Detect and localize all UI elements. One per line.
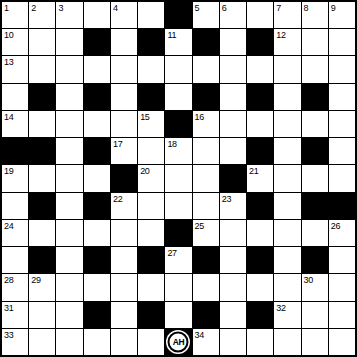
grid-cell-r12c7[interactable]: 34 <box>193 329 219 355</box>
grid-cell-r2c1[interactable] <box>29 56 55 82</box>
grid-cell-r11c6[interactable] <box>165 302 191 328</box>
grid-cell-r6c2[interactable] <box>56 165 82 191</box>
grid-cell-r12c11[interactable] <box>302 329 328 355</box>
grid-cell-r2c3[interactable] <box>84 56 110 82</box>
block-cell-r1c9 <box>247 29 273 55</box>
clue-number-1: 1 <box>4 3 9 13</box>
grid-cell-r4c5[interactable]: 15 <box>138 111 164 137</box>
block-cell-r6c4 <box>111 165 137 191</box>
grid-cell-r11c2[interactable] <box>56 302 82 328</box>
grid-cell-r9c12[interactable] <box>329 247 355 273</box>
block-cell-r5c11 <box>302 138 328 164</box>
grid-cell-r4c1[interactable] <box>29 111 55 137</box>
grid-cell-r10c8[interactable] <box>220 274 246 300</box>
grid-cell-r2c5[interactable] <box>138 56 164 82</box>
grid-cell-r5c6[interactable]: 18 <box>165 138 191 164</box>
block-cell-r3c7 <box>193 84 219 110</box>
grid-cell-r7c2[interactable] <box>56 193 82 219</box>
block-cell-r1c5 <box>138 29 164 55</box>
grid-cell-r6c12[interactable] <box>329 165 355 191</box>
block-cell-r7c12 <box>329 193 355 219</box>
grid-cell-r2c12[interactable] <box>329 56 355 82</box>
grid-cell-r1c6[interactable]: 11 <box>165 29 191 55</box>
clue-number-30: 30 <box>304 275 313 285</box>
grid-cell-r2c9[interactable] <box>247 56 273 82</box>
clue-number-10: 10 <box>4 30 13 40</box>
block-cell-r1c7 <box>193 29 219 55</box>
clue-number-6: 6 <box>222 3 227 13</box>
block-cell-r7c1 <box>29 193 55 219</box>
block-cell-r7c3 <box>84 193 110 219</box>
grid-cell-r1c11[interactable] <box>302 29 328 55</box>
grid-cell-r0c5[interactable] <box>138 2 164 28</box>
grid-cell-r0c4[interactable]: 4 <box>111 2 137 28</box>
grid-cell-r9c6[interactable]: 27 <box>165 247 191 273</box>
clue-number-33: 33 <box>4 330 13 340</box>
grid-cell-r6c6[interactable] <box>165 165 191 191</box>
grid-cell-r2c8[interactable] <box>220 56 246 82</box>
clue-number-23: 23 <box>222 194 231 204</box>
clue-number-31: 31 <box>4 303 13 313</box>
clue-number-13: 13 <box>4 57 13 67</box>
grid-cell-r10c12[interactable] <box>329 274 355 300</box>
grid-cell-r3c6[interactable] <box>165 84 191 110</box>
clue-number-22: 22 <box>113 194 122 204</box>
clue-number-20: 20 <box>140 166 149 176</box>
block-cell-r0c6 <box>165 2 191 28</box>
clue-number-18: 18 <box>167 139 176 149</box>
clue-number-7: 7 <box>276 3 281 13</box>
grid-cell-r1c12[interactable] <box>329 29 355 55</box>
grid-cell-r8c11[interactable] <box>302 220 328 246</box>
grid-cell-r4c10[interactable] <box>274 111 300 137</box>
grid-cell-r12c1[interactable] <box>29 329 55 355</box>
block-cell-r4c6 <box>165 111 191 137</box>
block-cell-r9c7 <box>193 247 219 273</box>
grid-cell-r1c10[interactable]: 12 <box>274 29 300 55</box>
clue-number-8: 8 <box>304 3 309 13</box>
grid-cell-r8c8[interactable] <box>220 220 246 246</box>
clue-number-15: 15 <box>140 112 149 122</box>
grid-cell-r10c3[interactable] <box>84 274 110 300</box>
block-cell-r5c0 <box>2 138 28 164</box>
clue-number-11: 11 <box>167 30 176 40</box>
grid-cell-r0c10[interactable]: 7 <box>274 2 300 28</box>
block-cell-r1c3 <box>84 29 110 55</box>
grid-cell-r3c8[interactable] <box>220 84 246 110</box>
grid-cell-r7c10[interactable] <box>274 193 300 219</box>
grid-cell-r8c12[interactable]: 26 <box>329 220 355 246</box>
grid-cell-r9c2[interactable] <box>56 247 82 273</box>
grid-cell-r4c11[interactable] <box>302 111 328 137</box>
grid-cell-r5c2[interactable] <box>56 138 82 164</box>
grid-cell-r2c11[interactable] <box>302 56 328 82</box>
block-cell-r9c11 <box>302 247 328 273</box>
clue-number-26: 26 <box>331 221 340 231</box>
grid-cell-r8c5[interactable] <box>138 220 164 246</box>
crossword-board: 1234567891011121314151617181920212223242… <box>0 0 357 357</box>
grid-cell-r0c12[interactable]: 9 <box>329 2 355 28</box>
grid-cell-r3c12[interactable] <box>329 84 355 110</box>
grid-cell-r8c9[interactable] <box>247 220 273 246</box>
block-cell-r3c9 <box>247 84 273 110</box>
grid-cell-r2c2[interactable] <box>56 56 82 82</box>
block-cell-r8c6 <box>165 220 191 246</box>
grid-cell-r12c10[interactable] <box>274 329 300 355</box>
grid-cell-r5c10[interactable] <box>274 138 300 164</box>
grid-cell-r1c0[interactable]: 10 <box>2 29 28 55</box>
grid-cell-r6c7[interactable] <box>193 165 219 191</box>
clue-number-21: 21 <box>249 166 258 176</box>
block-cell-r9c1 <box>29 247 55 273</box>
grid-cell-r10c11[interactable]: 30 <box>302 274 328 300</box>
grid-cell-r11c1[interactable] <box>29 302 55 328</box>
block-cell-r11c5 <box>138 302 164 328</box>
grid-cell-r2c7[interactable] <box>193 56 219 82</box>
block-cell-r11c9 <box>247 302 273 328</box>
grid-cell-r7c6[interactable] <box>165 193 191 219</box>
clue-number-19: 19 <box>4 166 13 176</box>
grid-cell-r8c7[interactable]: 25 <box>193 220 219 246</box>
grid-cell-r5c12[interactable] <box>329 138 355 164</box>
grid-cell-r6c11[interactable] <box>302 165 328 191</box>
grid-cell-r9c4[interactable] <box>111 247 137 273</box>
grid-cell-r5c8[interactable] <box>220 138 246 164</box>
grid-cell-r4c0[interactable]: 14 <box>2 111 28 137</box>
clue-number-3: 3 <box>58 3 63 13</box>
block-cell-r9c9 <box>247 247 273 273</box>
grid-cell-r8c0[interactable]: 24 <box>2 220 28 246</box>
block-cell-r5c1 <box>29 138 55 164</box>
grid-cell-r12c5[interactable] <box>138 329 164 355</box>
grid-cell-r4c12[interactable] <box>329 111 355 137</box>
grid-cell-r5c7[interactable] <box>193 138 219 164</box>
grid-cell-r0c7[interactable]: 5 <box>193 2 219 28</box>
block-cell-r7c11 <box>302 193 328 219</box>
grid-cell-r0c3[interactable] <box>84 2 110 28</box>
grid-cell-r7c5[interactable] <box>138 193 164 219</box>
clue-number-2: 2 <box>31 3 36 13</box>
grid-cell-r10c4[interactable] <box>111 274 137 300</box>
grid-cell-r0c11[interactable]: 8 <box>302 2 328 28</box>
grid-cell-r10c6[interactable] <box>165 274 191 300</box>
grid-cell-r4c7[interactable]: 16 <box>193 111 219 137</box>
grid-cell-r12c3[interactable] <box>84 329 110 355</box>
clue-number-29: 29 <box>31 275 40 285</box>
clue-number-4: 4 <box>113 3 118 13</box>
grid-cell-r0c1[interactable]: 2 <box>29 2 55 28</box>
grid-cell-r2c10[interactable] <box>274 56 300 82</box>
grid-cell-r10c2[interactable] <box>56 274 82 300</box>
clue-number-9: 9 <box>331 3 336 13</box>
grid-cell-r9c10[interactable] <box>274 247 300 273</box>
clue-number-27: 27 <box>167 248 176 258</box>
grid-cell-r10c5[interactable] <box>138 274 164 300</box>
grid-cell-r6c9[interactable]: 21 <box>247 165 273 191</box>
block-cell-r5c3 <box>84 138 110 164</box>
grid-cell-r2c0[interactable]: 13 <box>2 56 28 82</box>
grid-cell-r2c6[interactable] <box>165 56 191 82</box>
grid-cell-r4c2[interactable] <box>56 111 82 137</box>
grid-cell-r0c0[interactable]: 1 <box>2 2 28 28</box>
grid-cell-r1c1[interactable] <box>29 29 55 55</box>
block-cell-r3c11 <box>302 84 328 110</box>
grid-cell-r11c4[interactable] <box>111 302 137 328</box>
grid-cell-r12c9[interactable] <box>247 329 273 355</box>
grid-cell-r7c7[interactable] <box>193 193 219 219</box>
author-badge-circle: AH <box>168 331 189 352</box>
clue-number-34: 34 <box>195 330 204 340</box>
grid-cell-r7c8[interactable]: 23 <box>220 193 246 219</box>
clue-number-25: 25 <box>195 221 204 231</box>
block-cell-r9c5 <box>138 247 164 273</box>
grid-cell-r8c2[interactable] <box>56 220 82 246</box>
block-cell-r12c6: AH <box>165 329 191 355</box>
grid-cell-r11c8[interactable] <box>220 302 246 328</box>
clue-number-5: 5 <box>195 3 200 13</box>
grid-cell-r12c12[interactable] <box>329 329 355 355</box>
grid-cell-r6c3[interactable] <box>84 165 110 191</box>
block-cell-r9c3 <box>84 247 110 273</box>
block-cell-r3c5 <box>138 84 164 110</box>
grid-cell-r10c7[interactable] <box>193 274 219 300</box>
grid-cell-r4c3[interactable] <box>84 111 110 137</box>
grid-cell-r6c10[interactable] <box>274 165 300 191</box>
grid-cell-r12c8[interactable] <box>220 329 246 355</box>
clue-number-12: 12 <box>276 30 285 40</box>
clue-number-16: 16 <box>195 112 204 122</box>
grid-cell-r0c9[interactable] <box>247 2 273 28</box>
grid-cell-r5c5[interactable] <box>138 138 164 164</box>
block-cell-r3c3 <box>84 84 110 110</box>
grid-cell-r3c10[interactable] <box>274 84 300 110</box>
grid-cell-r8c10[interactable] <box>274 220 300 246</box>
grid-cell-r10c0[interactable]: 28 <box>2 274 28 300</box>
grid-cell-r3c4[interactable] <box>111 84 137 110</box>
grid-cell-r3c0[interactable] <box>2 84 28 110</box>
grid-cell-r6c5[interactable]: 20 <box>138 165 164 191</box>
block-cell-r11c3 <box>84 302 110 328</box>
grid-cell-r2c4[interactable] <box>111 56 137 82</box>
block-cell-r3c1 <box>29 84 55 110</box>
grid-cell-r12c0[interactable]: 33 <box>2 329 28 355</box>
grid-cell-r4c9[interactable] <box>247 111 273 137</box>
grid-cell-r6c1[interactable] <box>29 165 55 191</box>
crossword-puzzle: 1234567891011121314151617181920212223242… <box>0 0 357 357</box>
clue-number-32: 32 <box>276 303 285 313</box>
clue-number-24: 24 <box>4 221 13 231</box>
grid-cell-r8c4[interactable] <box>111 220 137 246</box>
grid-cell-r11c0[interactable]: 31 <box>2 302 28 328</box>
grid-cell-r1c2[interactable] <box>56 29 82 55</box>
clue-number-17: 17 <box>113 139 122 149</box>
grid-cell-r1c4[interactable] <box>111 29 137 55</box>
grid-cell-r12c2[interactable] <box>56 329 82 355</box>
grid-cell-r9c0[interactable] <box>2 247 28 273</box>
grid-cell-r10c10[interactable] <box>274 274 300 300</box>
grid-cell-r1c8[interactable] <box>220 29 246 55</box>
grid-cell-r11c10[interactable]: 32 <box>274 302 300 328</box>
grid-cell-r10c9[interactable] <box>247 274 273 300</box>
block-cell-r5c9 <box>247 138 273 164</box>
grid-cell-r10c1[interactable]: 29 <box>29 274 55 300</box>
grid-cell-r3c2[interactable] <box>56 84 82 110</box>
clue-number-28: 28 <box>4 275 13 285</box>
clue-number-14: 14 <box>4 112 13 122</box>
grid-cell-r12c4[interactable] <box>111 329 137 355</box>
grid-cell-r5c4[interactable]: 17 <box>111 138 137 164</box>
grid-cell-r7c4[interactable]: 22 <box>111 193 137 219</box>
grid-cell-r9c8[interactable] <box>220 247 246 273</box>
grid-cell-r0c2[interactable]: 3 <box>56 2 82 28</box>
grid-cell-r11c11[interactable] <box>302 302 328 328</box>
grid-cell-r4c4[interactable] <box>111 111 137 137</box>
block-cell-r11c7 <box>193 302 219 328</box>
block-cell-r7c9 <box>247 193 273 219</box>
block-cell-r6c8 <box>220 165 246 191</box>
grid-cell-r6c0[interactable]: 19 <box>2 165 28 191</box>
grid-cell-r0c8[interactable]: 6 <box>220 2 246 28</box>
grid-cell-r8c1[interactable] <box>29 220 55 246</box>
grid-cell-r4c8[interactable] <box>220 111 246 137</box>
grid-cell-r8c3[interactable] <box>84 220 110 246</box>
grid-cell-r11c12[interactable] <box>329 302 355 328</box>
grid-cell-r7c0[interactable] <box>2 193 28 219</box>
